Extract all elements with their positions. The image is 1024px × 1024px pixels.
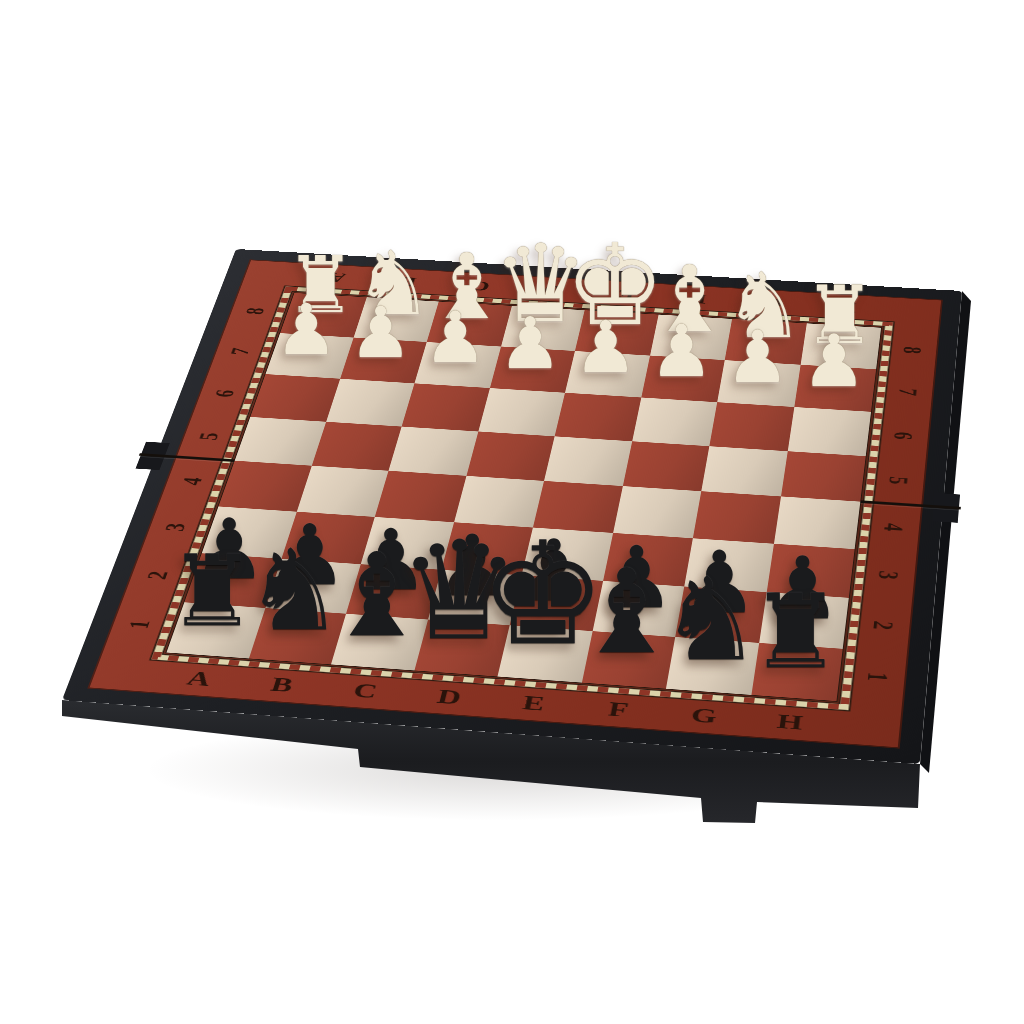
product-photo-scene: ABCDEFGHABCDEFGH8765432187654321 ♜♞♝♛♚♝♞… <box>0 0 1024 1024</box>
square-b3 <box>281 511 375 564</box>
file-label-near-f: F <box>606 697 631 721</box>
square-g5 <box>701 446 787 496</box>
square-f7 <box>641 355 725 402</box>
square-d3 <box>441 522 533 575</box>
square-g1 <box>666 637 759 695</box>
rank-label-left-6: 6 <box>209 388 240 397</box>
square-g8 <box>725 319 807 365</box>
square-d6 <box>478 388 565 436</box>
square-a8 <box>280 293 366 337</box>
square-e2 <box>510 575 603 631</box>
square-c4 <box>375 471 466 522</box>
square-c3 <box>361 517 454 570</box>
square-g2 <box>675 586 766 642</box>
square-c1 <box>331 613 428 670</box>
square-f8 <box>650 315 732 360</box>
square-b6 <box>326 379 415 427</box>
square-h8 <box>800 323 881 369</box>
square-e8 <box>575 310 658 355</box>
square-g4 <box>693 491 781 543</box>
file-label-far-f: F <box>689 291 708 307</box>
square-e6 <box>555 393 641 441</box>
square-f3 <box>603 533 693 587</box>
square-d5 <box>466 431 555 481</box>
square-d7 <box>490 346 575 392</box>
rank-label-left-8: 8 <box>240 306 270 315</box>
square-h6 <box>787 407 871 456</box>
square-h1 <box>751 643 843 702</box>
file-label-far-c: C <box>469 278 492 294</box>
file-label-far-e: E <box>615 287 635 303</box>
square-e3 <box>522 527 613 581</box>
rank-label-right-6: 6 <box>888 431 919 441</box>
square-f2 <box>592 581 684 637</box>
rank-label-right-8: 8 <box>898 346 928 355</box>
file-label-near-h: H <box>776 710 806 735</box>
square-d4 <box>454 476 544 527</box>
square-h7 <box>794 364 876 411</box>
square-e7 <box>565 351 650 398</box>
rank-label-right-2: 2 <box>867 620 900 631</box>
square-d2 <box>428 570 522 625</box>
square-b7 <box>340 337 427 383</box>
square-a5 <box>235 417 326 466</box>
square-h4 <box>774 496 861 548</box>
square-g3 <box>684 538 773 592</box>
square-b5 <box>311 421 401 470</box>
rank-label-left-4: 4 <box>176 476 208 486</box>
square-c2 <box>346 564 441 619</box>
square-b1 <box>248 608 346 665</box>
chessboard-grid <box>166 293 881 701</box>
file-label-far-d: D <box>541 282 563 298</box>
square-a4 <box>219 461 312 512</box>
square-f5 <box>622 441 709 491</box>
square-g7 <box>717 360 800 407</box>
square-e4 <box>533 481 622 533</box>
square-b4 <box>296 466 388 517</box>
square-e1 <box>497 625 592 683</box>
rank-label-right-4: 4 <box>878 522 910 533</box>
square-f4 <box>613 486 702 538</box>
square-b2 <box>265 559 361 614</box>
square-a7 <box>266 333 354 379</box>
square-h3 <box>766 543 854 597</box>
square-d1 <box>414 619 510 676</box>
square-c5 <box>389 426 478 475</box>
square-c6 <box>402 383 490 431</box>
file-label-far-h: H <box>835 299 857 315</box>
square-c7 <box>414 342 500 388</box>
square-a3 <box>202 506 297 559</box>
square-d8 <box>501 306 585 351</box>
file-label-near-g: G <box>689 703 719 728</box>
square-h2 <box>759 592 849 648</box>
square-b8 <box>353 297 438 342</box>
square-g6 <box>709 402 794 451</box>
square-e5 <box>544 436 632 486</box>
square-a6 <box>250 374 339 421</box>
square-f1 <box>581 631 675 689</box>
rank-label-left-2: 2 <box>141 570 174 581</box>
file-label-far-g: G <box>761 295 784 311</box>
square-f6 <box>632 397 717 446</box>
square-h5 <box>781 451 866 502</box>
square-c8 <box>427 302 512 347</box>
